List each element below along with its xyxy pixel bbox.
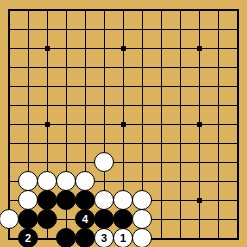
- move-number-label: 2: [25, 233, 31, 244]
- go-stone-white: [94, 190, 114, 210]
- go-stone-black: [18, 209, 38, 229]
- go-stone-white: [75, 171, 95, 191]
- star-point: [121, 122, 126, 127]
- go-stone-black: [75, 228, 95, 247]
- star-point: [197, 46, 202, 51]
- star-point: [197, 198, 202, 203]
- go-stone-white: [94, 152, 114, 172]
- star-point: [121, 46, 126, 51]
- go-stone-black-move-2: 2: [18, 228, 38, 247]
- go-stone-white-move-3: 3: [94, 228, 114, 247]
- go-board: 4231: [0, 0, 247, 247]
- go-stone-white: [37, 171, 57, 191]
- go-stone-white: [132, 209, 152, 229]
- go-stone-white: [18, 190, 38, 210]
- go-stone-white: [18, 171, 38, 191]
- go-stone-black: [56, 190, 76, 210]
- go-stone-black: [94, 209, 114, 229]
- go-stone-black-move-4: 4: [75, 209, 95, 229]
- move-number-label: 3: [101, 233, 107, 244]
- go-stone-white: [132, 228, 152, 247]
- go-stone-white: [113, 190, 133, 210]
- move-number-label: 4: [82, 214, 88, 225]
- go-stone-white: [56, 171, 76, 191]
- go-stone-white-move-1: 1: [113, 228, 133, 247]
- go-stone-black: [113, 209, 133, 229]
- go-stone-black: [37, 209, 57, 229]
- move-number-label: 1: [120, 233, 126, 244]
- go-stone-black: [75, 190, 95, 210]
- star-point: [45, 46, 50, 51]
- go-stone-black: [37, 190, 57, 210]
- star-point: [197, 122, 202, 127]
- go-stone-white: [0, 209, 19, 229]
- go-stone-white: [132, 190, 152, 210]
- star-point: [45, 122, 50, 127]
- go-stone-black: [56, 228, 76, 247]
